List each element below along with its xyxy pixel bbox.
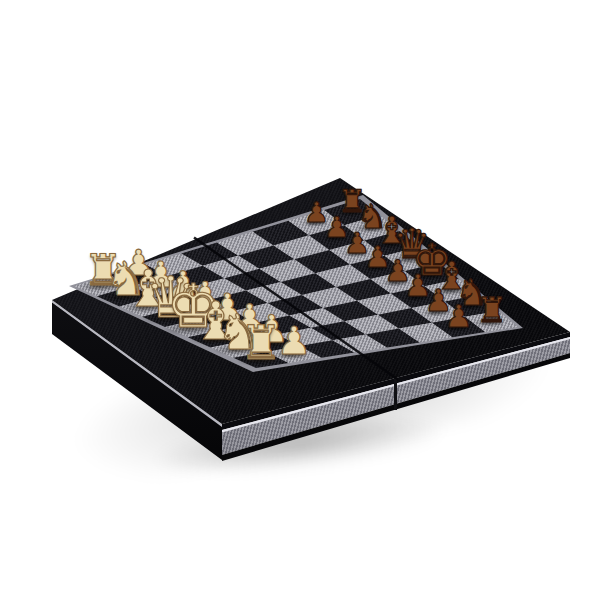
fold-seam-side-icon bbox=[394, 378, 397, 410]
piece-brown-pawn-h7: ♟ bbox=[445, 301, 473, 332]
piece-brown-rook-h8: ♜ bbox=[476, 292, 507, 327]
chess-set-product-photo: ♜♞♝♛♚♝♞♜♟♟♟♟♟♟♟♟♟♟♟♟♟♟♟♟♜♞♝♛♚♝♞♜ bbox=[0, 0, 600, 600]
piece-white-rook-h1: ♜ bbox=[240, 320, 282, 367]
